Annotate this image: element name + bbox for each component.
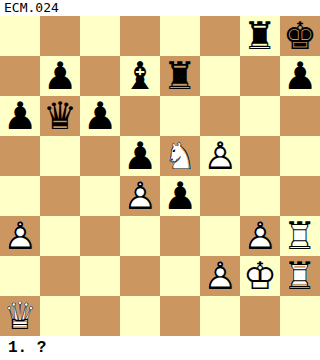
square-b4[interactable] bbox=[40, 176, 80, 216]
square-g2[interactable]: ♚♔ bbox=[240, 256, 280, 296]
piece-black-pawn: ♟ bbox=[120, 136, 160, 176]
square-h1[interactable] bbox=[280, 296, 320, 336]
square-e4[interactable]: ♟ bbox=[160, 176, 200, 216]
piece-white-pawn: ♙ bbox=[240, 216, 280, 256]
piece-white-rook: ♖ bbox=[280, 256, 320, 296]
square-b5[interactable] bbox=[40, 136, 80, 176]
piece-black-rook: ♜ bbox=[160, 56, 200, 96]
piece-black-queen: ♛ bbox=[40, 96, 80, 136]
piece-white-king: ♔ bbox=[240, 256, 280, 296]
piece-white-pawn: ♙ bbox=[120, 176, 160, 216]
piece-black-bishop: ♝ bbox=[120, 56, 160, 96]
piece-white-pawn: ♙ bbox=[200, 256, 240, 296]
diagram-title: ECM.024 bbox=[4, 0, 59, 16]
square-f7[interactable] bbox=[200, 56, 240, 96]
square-h5[interactable] bbox=[280, 136, 320, 176]
square-a6[interactable]: ♟ bbox=[0, 96, 40, 136]
square-a5[interactable] bbox=[0, 136, 40, 176]
square-c3[interactable] bbox=[80, 216, 120, 256]
square-e6[interactable] bbox=[160, 96, 200, 136]
square-a4[interactable] bbox=[0, 176, 40, 216]
square-d6[interactable] bbox=[120, 96, 160, 136]
square-b7[interactable]: ♟ bbox=[40, 56, 80, 96]
piece-black-pawn: ♟ bbox=[80, 96, 120, 136]
piece-black-king: ♚ bbox=[280, 16, 320, 56]
square-c1[interactable] bbox=[80, 296, 120, 336]
square-d1[interactable] bbox=[120, 296, 160, 336]
square-c5[interactable] bbox=[80, 136, 120, 176]
square-h3[interactable]: ♜♖ bbox=[280, 216, 320, 256]
piece-white-knight: ♘ bbox=[160, 136, 200, 176]
square-d7[interactable]: ♝ bbox=[120, 56, 160, 96]
square-a2[interactable] bbox=[0, 256, 40, 296]
square-h4[interactable] bbox=[280, 176, 320, 216]
square-e3[interactable] bbox=[160, 216, 200, 256]
piece-white-rook: ♖ bbox=[280, 216, 320, 256]
square-g8[interactable]: ♜ bbox=[240, 16, 280, 56]
square-b8[interactable] bbox=[40, 16, 80, 56]
square-c2[interactable] bbox=[80, 256, 120, 296]
square-d8[interactable] bbox=[120, 16, 160, 56]
square-h6[interactable] bbox=[280, 96, 320, 136]
square-e8[interactable] bbox=[160, 16, 200, 56]
square-g5[interactable] bbox=[240, 136, 280, 176]
square-c7[interactable] bbox=[80, 56, 120, 96]
square-f8[interactable] bbox=[200, 16, 240, 56]
square-a3[interactable]: ♟♙ bbox=[0, 216, 40, 256]
square-h2[interactable]: ♜♖ bbox=[280, 256, 320, 296]
square-b1[interactable] bbox=[40, 296, 80, 336]
piece-black-rook: ♜ bbox=[240, 16, 280, 56]
piece-black-pawn: ♟ bbox=[40, 56, 80, 96]
square-d2[interactable] bbox=[120, 256, 160, 296]
square-e2[interactable] bbox=[160, 256, 200, 296]
piece-white-queen: ♕ bbox=[0, 296, 40, 336]
square-f4[interactable] bbox=[200, 176, 240, 216]
square-g3[interactable]: ♟♙ bbox=[240, 216, 280, 256]
square-b3[interactable] bbox=[40, 216, 80, 256]
square-c4[interactable] bbox=[80, 176, 120, 216]
square-e1[interactable] bbox=[160, 296, 200, 336]
piece-black-pawn: ♟ bbox=[160, 176, 200, 216]
square-e5[interactable]: ♞♘ bbox=[160, 136, 200, 176]
square-g1[interactable] bbox=[240, 296, 280, 336]
square-d4[interactable]: ♟♙ bbox=[120, 176, 160, 216]
move-prompt: 1. ? bbox=[8, 336, 46, 360]
piece-white-pawn: ♙ bbox=[200, 136, 240, 176]
square-c8[interactable] bbox=[80, 16, 120, 56]
square-a7[interactable] bbox=[0, 56, 40, 96]
square-e7[interactable]: ♜ bbox=[160, 56, 200, 96]
square-f6[interactable] bbox=[200, 96, 240, 136]
square-a8[interactable] bbox=[0, 16, 40, 56]
square-f5[interactable]: ♟♙ bbox=[200, 136, 240, 176]
square-h7[interactable]: ♟ bbox=[280, 56, 320, 96]
square-a1[interactable]: ♛♕ bbox=[0, 296, 40, 336]
square-b6[interactable]: ♛ bbox=[40, 96, 80, 136]
square-h8[interactable]: ♚ bbox=[280, 16, 320, 56]
square-g6[interactable] bbox=[240, 96, 280, 136]
square-f2[interactable]: ♟♙ bbox=[200, 256, 240, 296]
piece-white-pawn: ♙ bbox=[0, 216, 40, 256]
square-b2[interactable] bbox=[40, 256, 80, 296]
square-g4[interactable] bbox=[240, 176, 280, 216]
square-f1[interactable] bbox=[200, 296, 240, 336]
square-f3[interactable] bbox=[200, 216, 240, 256]
square-g7[interactable] bbox=[240, 56, 280, 96]
chess-board: ♜♚♟♝♜♟♟♛♟♟♞♘♟♙♟♙♟♟♙♟♙♜♖♟♙♚♔♜♖♛♕ bbox=[0, 16, 320, 336]
square-d5[interactable]: ♟ bbox=[120, 136, 160, 176]
piece-black-pawn: ♟ bbox=[280, 56, 320, 96]
piece-black-pawn: ♟ bbox=[0, 96, 40, 136]
square-d3[interactable] bbox=[120, 216, 160, 256]
square-c6[interactable]: ♟ bbox=[80, 96, 120, 136]
